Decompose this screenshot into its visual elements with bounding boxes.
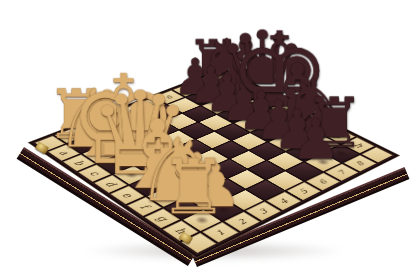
chess-board: abcdefgh8♜♞♝♛♚♝♞♜87♟♟♟♟♟♟♟♟7665544332♟♟♟…	[28, 68, 400, 258]
white-rook-icon: ♜	[159, 152, 227, 224]
black-pawn-icon: ♟	[291, 113, 341, 166]
board-grid: abcdefgh8♜♞♝♛♚♝♞♜87♟♟♟♟♟♟♟♟7665544332♟♟♟…	[35, 70, 393, 253]
chess-set-photo: abcdefgh8♜♞♝♛♚♝♞♜87♟♟♟♟♟♟♟♟7665544332♟♟♟…	[0, 0, 420, 280]
